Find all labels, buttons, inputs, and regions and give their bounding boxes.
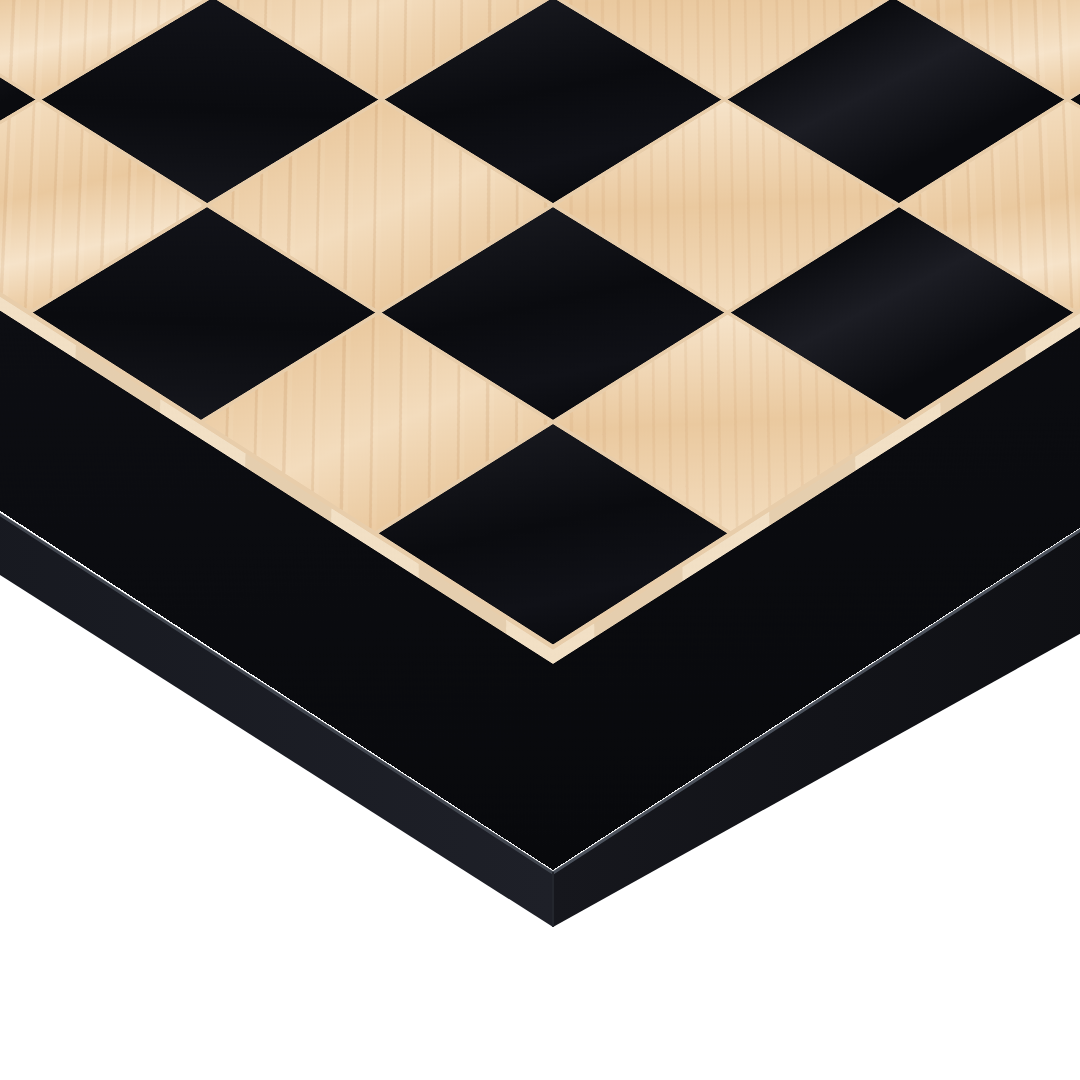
- product-photo-stage: [0, 0, 1080, 1080]
- maple-pinstripe-inlay: [0, 0, 1080, 664]
- checkerboard-grid: [0, 0, 1080, 644]
- playing-field: [0, 0, 1080, 650]
- board-top-face: [0, 0, 1080, 870]
